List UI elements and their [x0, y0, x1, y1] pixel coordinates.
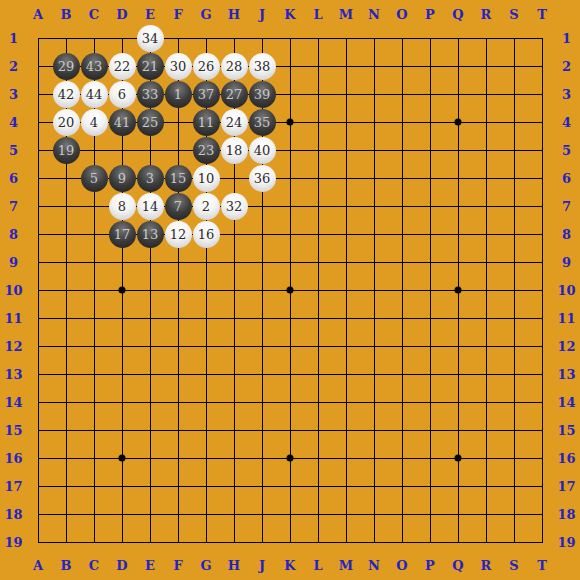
black-stone-E3[interactable]: 33 — [137, 81, 164, 108]
intersection-C15[interactable] — [80, 416, 108, 444]
intersection-S13[interactable] — [500, 360, 528, 388]
intersection-K5[interactable] — [276, 136, 304, 164]
intersection-B10[interactable] — [52, 276, 80, 304]
white-stone-J2[interactable]: 38 — [249, 53, 276, 80]
intersection-T10[interactable] — [528, 276, 556, 304]
intersection-M11[interactable] — [332, 304, 360, 332]
intersection-F4[interactable] — [164, 108, 192, 136]
intersection-C12[interactable] — [80, 332, 108, 360]
white-stone-E7[interactable]: 14 — [137, 193, 164, 220]
intersection-K7[interactable] — [276, 192, 304, 220]
intersection-R14[interactable] — [472, 388, 500, 416]
intersection-N12[interactable] — [360, 332, 388, 360]
intersection-Q12[interactable] — [444, 332, 472, 360]
intersection-D2[interactable]: 22 — [108, 52, 136, 80]
intersection-A18[interactable] — [24, 500, 52, 528]
intersection-S10[interactable] — [500, 276, 528, 304]
intersection-M10[interactable] — [332, 276, 360, 304]
intersection-K4[interactable] — [276, 108, 304, 136]
intersection-G5[interactable]: 23 — [192, 136, 220, 164]
intersection-G16[interactable] — [192, 444, 220, 472]
intersection-L7[interactable] — [304, 192, 332, 220]
intersection-S8[interactable] — [500, 220, 528, 248]
intersection-H7[interactable]: 32 — [220, 192, 248, 220]
intersection-Q14[interactable] — [444, 388, 472, 416]
intersection-L12[interactable] — [304, 332, 332, 360]
intersection-O3[interactable] — [388, 80, 416, 108]
intersection-L5[interactable] — [304, 136, 332, 164]
intersection-P8[interactable] — [416, 220, 444, 248]
intersection-M4[interactable] — [332, 108, 360, 136]
white-stone-F8[interactable]: 12 — [165, 221, 192, 248]
black-stone-J3[interactable]: 39 — [249, 81, 276, 108]
black-stone-E6[interactable]: 3 — [137, 165, 164, 192]
white-stone-G6[interactable]: 10 — [193, 165, 220, 192]
intersection-A16[interactable] — [24, 444, 52, 472]
intersection-G4[interactable]: 11 — [192, 108, 220, 136]
white-stone-D2[interactable]: 22 — [109, 53, 136, 80]
intersection-K3[interactable] — [276, 80, 304, 108]
intersection-O5[interactable] — [388, 136, 416, 164]
intersection-M12[interactable] — [332, 332, 360, 360]
white-stone-D7[interactable]: 8 — [109, 193, 136, 220]
intersection-N14[interactable] — [360, 388, 388, 416]
intersection-H14[interactable] — [220, 388, 248, 416]
intersection-A13[interactable] — [24, 360, 52, 388]
white-stone-H2[interactable]: 28 — [221, 53, 248, 80]
intersection-R15[interactable] — [472, 416, 500, 444]
intersection-R10[interactable] — [472, 276, 500, 304]
intersection-T16[interactable] — [528, 444, 556, 472]
intersection-J19[interactable] — [248, 528, 276, 556]
intersection-K11[interactable] — [276, 304, 304, 332]
intersection-R8[interactable] — [472, 220, 500, 248]
intersection-A9[interactable] — [24, 248, 52, 276]
intersection-E10[interactable] — [136, 276, 164, 304]
intersection-F15[interactable] — [164, 416, 192, 444]
intersection-H10[interactable] — [220, 276, 248, 304]
intersection-O18[interactable] — [388, 500, 416, 528]
intersection-P9[interactable] — [416, 248, 444, 276]
intersection-F18[interactable] — [164, 500, 192, 528]
intersection-C16[interactable] — [80, 444, 108, 472]
intersection-T4[interactable] — [528, 108, 556, 136]
intersection-R9[interactable] — [472, 248, 500, 276]
black-stone-C6[interactable]: 5 — [81, 165, 108, 192]
intersection-T12[interactable] — [528, 332, 556, 360]
intersection-Q17[interactable] — [444, 472, 472, 500]
intersection-C9[interactable] — [80, 248, 108, 276]
intersection-B12[interactable] — [52, 332, 80, 360]
intersection-L10[interactable] — [304, 276, 332, 304]
intersection-F17[interactable] — [164, 472, 192, 500]
intersection-E14[interactable] — [136, 388, 164, 416]
intersection-E12[interactable] — [136, 332, 164, 360]
intersection-C3[interactable]: 44 — [80, 80, 108, 108]
intersection-P15[interactable] — [416, 416, 444, 444]
intersection-L11[interactable] — [304, 304, 332, 332]
intersection-N13[interactable] — [360, 360, 388, 388]
intersection-M15[interactable] — [332, 416, 360, 444]
intersection-D9[interactable] — [108, 248, 136, 276]
black-stone-C2[interactable]: 43 — [81, 53, 108, 80]
intersection-G17[interactable] — [192, 472, 220, 500]
intersection-H1[interactable] — [220, 24, 248, 52]
intersection-P3[interactable] — [416, 80, 444, 108]
intersection-D14[interactable] — [108, 388, 136, 416]
intersection-D18[interactable] — [108, 500, 136, 528]
intersection-T15[interactable] — [528, 416, 556, 444]
intersection-O4[interactable] — [388, 108, 416, 136]
intersection-H12[interactable] — [220, 332, 248, 360]
intersection-M16[interactable] — [332, 444, 360, 472]
intersection-K17[interactable] — [276, 472, 304, 500]
intersection-K12[interactable] — [276, 332, 304, 360]
intersection-O8[interactable] — [388, 220, 416, 248]
intersection-J17[interactable] — [248, 472, 276, 500]
intersection-O15[interactable] — [388, 416, 416, 444]
intersection-B19[interactable] — [52, 528, 80, 556]
intersection-F8[interactable]: 12 — [164, 220, 192, 248]
intersection-T13[interactable] — [528, 360, 556, 388]
intersection-G13[interactable] — [192, 360, 220, 388]
intersection-P10[interactable] — [416, 276, 444, 304]
intersection-A10[interactable] — [24, 276, 52, 304]
intersection-R5[interactable] — [472, 136, 500, 164]
intersection-K10[interactable] — [276, 276, 304, 304]
intersection-S16[interactable] — [500, 444, 528, 472]
intersection-S15[interactable] — [500, 416, 528, 444]
intersection-P16[interactable] — [416, 444, 444, 472]
intersection-P5[interactable] — [416, 136, 444, 164]
intersection-A1[interactable] — [24, 24, 52, 52]
intersection-G2[interactable]: 26 — [192, 52, 220, 80]
intersection-N17[interactable] — [360, 472, 388, 500]
intersection-L8[interactable] — [304, 220, 332, 248]
intersection-Q7[interactable] — [444, 192, 472, 220]
intersection-T9[interactable] — [528, 248, 556, 276]
intersection-N3[interactable] — [360, 80, 388, 108]
intersection-M17[interactable] — [332, 472, 360, 500]
intersection-E18[interactable] — [136, 500, 164, 528]
black-stone-B5[interactable]: 19 — [53, 137, 80, 164]
intersection-E11[interactable] — [136, 304, 164, 332]
intersection-C19[interactable] — [80, 528, 108, 556]
white-stone-J5[interactable]: 40 — [249, 137, 276, 164]
intersection-L14[interactable] — [304, 388, 332, 416]
intersection-G9[interactable] — [192, 248, 220, 276]
intersection-T1[interactable] — [528, 24, 556, 52]
intersection-B14[interactable] — [52, 388, 80, 416]
intersection-T6[interactable] — [528, 164, 556, 192]
intersection-D4[interactable]: 41 — [108, 108, 136, 136]
intersection-B3[interactable]: 42 — [52, 80, 80, 108]
intersection-K9[interactable] — [276, 248, 304, 276]
intersection-J6[interactable]: 36 — [248, 164, 276, 192]
intersection-E5[interactable] — [136, 136, 164, 164]
intersection-T11[interactable] — [528, 304, 556, 332]
intersection-N5[interactable] — [360, 136, 388, 164]
intersection-R3[interactable] — [472, 80, 500, 108]
intersection-G11[interactable] — [192, 304, 220, 332]
intersection-J11[interactable] — [248, 304, 276, 332]
intersection-D16[interactable] — [108, 444, 136, 472]
intersection-K18[interactable] — [276, 500, 304, 528]
intersection-E2[interactable]: 21 — [136, 52, 164, 80]
intersection-Q19[interactable] — [444, 528, 472, 556]
intersection-P14[interactable] — [416, 388, 444, 416]
intersection-S2[interactable] — [500, 52, 528, 80]
white-stone-H5[interactable]: 18 — [221, 137, 248, 164]
black-stone-G5[interactable]: 23 — [193, 137, 220, 164]
intersection-F1[interactable] — [164, 24, 192, 52]
intersection-L1[interactable] — [304, 24, 332, 52]
intersection-L4[interactable] — [304, 108, 332, 136]
intersection-Q4[interactable] — [444, 108, 472, 136]
intersection-E16[interactable] — [136, 444, 164, 472]
intersection-J15[interactable] — [248, 416, 276, 444]
intersection-P11[interactable] — [416, 304, 444, 332]
intersection-H13[interactable] — [220, 360, 248, 388]
intersection-S18[interactable] — [500, 500, 528, 528]
intersection-Q15[interactable] — [444, 416, 472, 444]
intersection-J2[interactable]: 38 — [248, 52, 276, 80]
intersection-Q6[interactable] — [444, 164, 472, 192]
intersection-K15[interactable] — [276, 416, 304, 444]
intersection-Q2[interactable] — [444, 52, 472, 80]
intersection-A14[interactable] — [24, 388, 52, 416]
black-stone-E4[interactable]: 25 — [137, 109, 164, 136]
intersection-Q11[interactable] — [444, 304, 472, 332]
intersection-F10[interactable] — [164, 276, 192, 304]
intersection-K2[interactable] — [276, 52, 304, 80]
intersection-B2[interactable]: 29 — [52, 52, 80, 80]
intersection-J9[interactable] — [248, 248, 276, 276]
intersection-D15[interactable] — [108, 416, 136, 444]
intersection-Q9[interactable] — [444, 248, 472, 276]
intersection-R1[interactable] — [472, 24, 500, 52]
intersection-J16[interactable] — [248, 444, 276, 472]
intersection-L15[interactable] — [304, 416, 332, 444]
intersection-Q10[interactable] — [444, 276, 472, 304]
intersection-O17[interactable] — [388, 472, 416, 500]
intersection-T3[interactable] — [528, 80, 556, 108]
intersection-D13[interactable] — [108, 360, 136, 388]
intersection-T14[interactable] — [528, 388, 556, 416]
intersection-P2[interactable] — [416, 52, 444, 80]
intersection-N10[interactable] — [360, 276, 388, 304]
intersection-E4[interactable]: 25 — [136, 108, 164, 136]
intersection-N1[interactable] — [360, 24, 388, 52]
intersection-F19[interactable] — [164, 528, 192, 556]
intersection-B18[interactable] — [52, 500, 80, 528]
intersection-C17[interactable] — [80, 472, 108, 500]
intersection-R13[interactable] — [472, 360, 500, 388]
intersection-O11[interactable] — [388, 304, 416, 332]
intersection-O2[interactable] — [388, 52, 416, 80]
intersection-E8[interactable]: 13 — [136, 220, 164, 248]
intersection-D1[interactable] — [108, 24, 136, 52]
intersection-N8[interactable] — [360, 220, 388, 248]
intersection-J13[interactable] — [248, 360, 276, 388]
intersection-C14[interactable] — [80, 388, 108, 416]
intersection-M7[interactable] — [332, 192, 360, 220]
intersection-S3[interactable] — [500, 80, 528, 108]
intersection-P1[interactable] — [416, 24, 444, 52]
intersection-P6[interactable] — [416, 164, 444, 192]
intersection-B4[interactable]: 20 — [52, 108, 80, 136]
intersection-B1[interactable] — [52, 24, 80, 52]
white-stone-G8[interactable]: 16 — [193, 221, 220, 248]
intersection-T8[interactable] — [528, 220, 556, 248]
intersection-M5[interactable] — [332, 136, 360, 164]
intersection-P12[interactable] — [416, 332, 444, 360]
intersection-H4[interactable]: 24 — [220, 108, 248, 136]
intersection-Q13[interactable] — [444, 360, 472, 388]
intersection-S11[interactable] — [500, 304, 528, 332]
intersection-O9[interactable] — [388, 248, 416, 276]
black-stone-F3[interactable]: 1 — [165, 81, 192, 108]
intersection-D6[interactable]: 9 — [108, 164, 136, 192]
intersection-D3[interactable]: 6 — [108, 80, 136, 108]
intersection-G19[interactable] — [192, 528, 220, 556]
black-stone-E8[interactable]: 13 — [137, 221, 164, 248]
intersection-H6[interactable] — [220, 164, 248, 192]
intersection-A4[interactable] — [24, 108, 52, 136]
intersection-T18[interactable] — [528, 500, 556, 528]
intersection-R17[interactable] — [472, 472, 500, 500]
black-stone-F6[interactable]: 15 — [165, 165, 192, 192]
intersection-S14[interactable] — [500, 388, 528, 416]
intersection-G7[interactable]: 2 — [192, 192, 220, 220]
intersection-N18[interactable] — [360, 500, 388, 528]
intersection-F6[interactable]: 15 — [164, 164, 192, 192]
intersection-O6[interactable] — [388, 164, 416, 192]
intersection-E3[interactable]: 33 — [136, 80, 164, 108]
intersection-C18[interactable] — [80, 500, 108, 528]
intersection-L13[interactable] — [304, 360, 332, 388]
intersection-Q18[interactable] — [444, 500, 472, 528]
intersection-A12[interactable] — [24, 332, 52, 360]
intersection-M1[interactable] — [332, 24, 360, 52]
intersection-M9[interactable] — [332, 248, 360, 276]
intersection-F14[interactable] — [164, 388, 192, 416]
intersection-E13[interactable] — [136, 360, 164, 388]
intersection-C11[interactable] — [80, 304, 108, 332]
intersection-L19[interactable] — [304, 528, 332, 556]
intersection-B5[interactable]: 19 — [52, 136, 80, 164]
white-stone-C3[interactable]: 44 — [81, 81, 108, 108]
black-stone-G4[interactable]: 11 — [193, 109, 220, 136]
intersection-Q3[interactable] — [444, 80, 472, 108]
intersection-D5[interactable] — [108, 136, 136, 164]
intersection-S9[interactable] — [500, 248, 528, 276]
intersection-B8[interactable] — [52, 220, 80, 248]
intersection-F12[interactable] — [164, 332, 192, 360]
intersection-M18[interactable] — [332, 500, 360, 528]
intersection-K13[interactable] — [276, 360, 304, 388]
intersection-C4[interactable]: 4 — [80, 108, 108, 136]
intersection-O1[interactable] — [388, 24, 416, 52]
intersection-T7[interactable] — [528, 192, 556, 220]
intersection-B6[interactable] — [52, 164, 80, 192]
intersection-F9[interactable] — [164, 248, 192, 276]
intersection-H16[interactable] — [220, 444, 248, 472]
black-stone-J4[interactable]: 35 — [249, 109, 276, 136]
intersection-L17[interactable] — [304, 472, 332, 500]
intersection-R11[interactable] — [472, 304, 500, 332]
intersection-C1[interactable] — [80, 24, 108, 52]
black-stone-D8[interactable]: 17 — [109, 221, 136, 248]
intersection-A8[interactable] — [24, 220, 52, 248]
intersection-O16[interactable] — [388, 444, 416, 472]
white-stone-D3[interactable]: 6 — [109, 81, 136, 108]
intersection-S12[interactable] — [500, 332, 528, 360]
intersection-F13[interactable] — [164, 360, 192, 388]
intersection-L6[interactable] — [304, 164, 332, 192]
intersection-S1[interactable] — [500, 24, 528, 52]
intersection-A3[interactable] — [24, 80, 52, 108]
black-stone-H3[interactable]: 27 — [221, 81, 248, 108]
intersection-O7[interactable] — [388, 192, 416, 220]
intersection-T5[interactable] — [528, 136, 556, 164]
intersection-D10[interactable] — [108, 276, 136, 304]
intersection-N9[interactable] — [360, 248, 388, 276]
intersection-P17[interactable] — [416, 472, 444, 500]
intersection-N11[interactable] — [360, 304, 388, 332]
intersection-N15[interactable] — [360, 416, 388, 444]
intersection-F2[interactable]: 30 — [164, 52, 192, 80]
white-stone-J6[interactable]: 36 — [249, 165, 276, 192]
intersection-B16[interactable] — [52, 444, 80, 472]
intersection-D8[interactable]: 17 — [108, 220, 136, 248]
white-stone-B4[interactable]: 20 — [53, 109, 80, 136]
intersection-R4[interactable] — [472, 108, 500, 136]
intersection-L9[interactable] — [304, 248, 332, 276]
intersection-D11[interactable] — [108, 304, 136, 332]
white-stone-G2[interactable]: 26 — [193, 53, 220, 80]
intersection-P19[interactable] — [416, 528, 444, 556]
intersection-K19[interactable] — [276, 528, 304, 556]
intersection-G14[interactable] — [192, 388, 220, 416]
intersection-K8[interactable] — [276, 220, 304, 248]
intersection-K14[interactable] — [276, 388, 304, 416]
black-stone-B2[interactable]: 29 — [53, 53, 80, 80]
intersection-M14[interactable] — [332, 388, 360, 416]
intersection-B11[interactable] — [52, 304, 80, 332]
intersection-E9[interactable] — [136, 248, 164, 276]
intersection-B9[interactable] — [52, 248, 80, 276]
intersection-O19[interactable] — [388, 528, 416, 556]
intersection-R12[interactable] — [472, 332, 500, 360]
intersection-T2[interactable] — [528, 52, 556, 80]
intersection-B13[interactable] — [52, 360, 80, 388]
intersection-B7[interactable] — [52, 192, 80, 220]
intersection-E1[interactable]: 34 — [136, 24, 164, 52]
intersection-K6[interactable] — [276, 164, 304, 192]
intersection-G10[interactable] — [192, 276, 220, 304]
intersection-J4[interactable]: 35 — [248, 108, 276, 136]
intersection-S5[interactable] — [500, 136, 528, 164]
intersection-C13[interactable] — [80, 360, 108, 388]
intersection-A6[interactable] — [24, 164, 52, 192]
intersection-G6[interactable]: 10 — [192, 164, 220, 192]
intersection-L16[interactable] — [304, 444, 332, 472]
intersection-B15[interactable] — [52, 416, 80, 444]
intersection-N7[interactable] — [360, 192, 388, 220]
intersection-Q8[interactable] — [444, 220, 472, 248]
intersection-J8[interactable] — [248, 220, 276, 248]
